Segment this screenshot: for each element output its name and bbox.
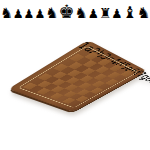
photo-scene: 1a2b3c4d5e6f7g8h [0, 0, 150, 150]
chess-board-photo[interactable]: 1a2b3c4d5e6f7g8h ♞♟♟♟♞♚♞♟♜♟♝♞♛♝♚♜ [0, 0, 150, 150]
chess-board: 1a2b3c4d5e6f7g8h [8, 40, 147, 112]
